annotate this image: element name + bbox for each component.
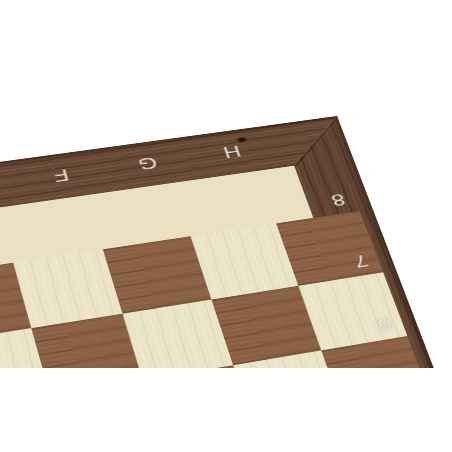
screenshot: ABCDEFGH 87654321 <box>0 0 452 452</box>
board-photo: ABCDEFGH 87654321 <box>0 0 452 368</box>
chess-board: ABCDEFGH 87654321 <box>0 116 452 368</box>
